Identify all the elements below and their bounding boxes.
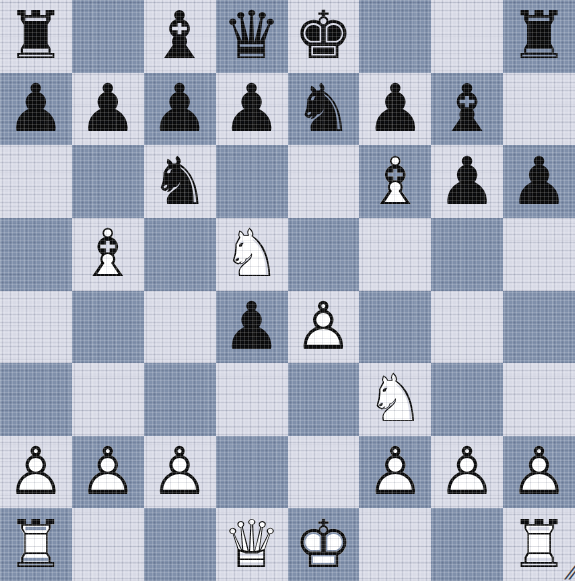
square-b4[interactable]	[72, 291, 144, 364]
square-f6[interactable]: ♝♗	[359, 145, 431, 218]
square-e6[interactable]	[288, 145, 360, 218]
square-e7[interactable]: ♞	[288, 73, 360, 146]
square-h2[interactable]: ♟♙	[503, 436, 575, 509]
square-h6[interactable]: ♟	[503, 145, 575, 218]
square-f5[interactable]	[359, 218, 431, 291]
square-e1[interactable]: ♚♔	[288, 508, 360, 581]
black-rook-glyph-fill: ♜	[6, 3, 65, 69]
square-g2[interactable]: ♟♙	[431, 436, 503, 509]
square-b1[interactable]	[72, 508, 144, 581]
square-b8[interactable]	[72, 0, 144, 73]
square-b2[interactable]: ♟♙	[72, 436, 144, 509]
square-a3[interactable]	[0, 363, 72, 436]
chess-diagram: ♜♝♛♚♜♟♟♟♟♞♟♝♞♝♗♟♟♝♗♞♘♟♟♙♞♘♟♙♟♙♟♙♟♙♟♙♟♙♜♖…	[0, 0, 575, 581]
square-g6[interactable]: ♟	[431, 145, 503, 218]
square-f7[interactable]: ♟	[359, 73, 431, 146]
square-e3[interactable]	[288, 363, 360, 436]
white-rook-glyph-outline: ♖	[6, 512, 65, 578]
black-rook-glyph-fill: ♜	[509, 3, 568, 69]
white-knight-glyph-outline: ♘	[222, 221, 281, 287]
piece-black-pawn: ♟	[359, 73, 431, 146]
square-a6[interactable]	[0, 145, 72, 218]
square-b7[interactable]: ♟	[72, 73, 144, 146]
piece-white-rook: ♜♖	[0, 508, 72, 581]
square-h7[interactable]	[503, 73, 575, 146]
black-queen-glyph-fill: ♛	[222, 3, 281, 69]
square-f1[interactable]	[359, 508, 431, 581]
square-a2[interactable]: ♟♙	[0, 436, 72, 509]
black-bishop-glyph-fill: ♝	[150, 3, 209, 69]
square-c2[interactable]: ♟♙	[144, 436, 216, 509]
white-bishop-glyph-outline: ♗	[78, 221, 137, 287]
white-queen-glyph-outline: ♕	[222, 512, 281, 578]
square-a7[interactable]: ♟	[0, 73, 72, 146]
square-c5[interactable]	[144, 218, 216, 291]
piece-white-king: ♚♔	[288, 508, 360, 581]
white-pawn-glyph-outline: ♙	[78, 439, 137, 505]
square-d7[interactable]: ♟	[216, 73, 288, 146]
square-c3[interactable]	[144, 363, 216, 436]
square-e8[interactable]: ♚	[288, 0, 360, 73]
square-c1[interactable]	[144, 508, 216, 581]
square-e2[interactable]	[288, 436, 360, 509]
black-pawn-glyph-fill: ♟	[150, 76, 209, 142]
piece-white-pawn: ♟♙	[359, 436, 431, 509]
black-knight-glyph-fill: ♞	[150, 149, 209, 215]
piece-black-rook: ♜	[503, 0, 575, 73]
white-bishop-glyph-outline: ♗	[366, 149, 425, 215]
piece-white-bishop: ♝♗	[72, 218, 144, 291]
piece-white-pawn: ♟♙	[431, 436, 503, 509]
piece-black-knight: ♞	[144, 145, 216, 218]
white-pawn-glyph-outline: ♙	[438, 439, 497, 505]
piece-black-queen: ♛	[216, 0, 288, 73]
square-c8[interactable]: ♝	[144, 0, 216, 73]
square-f2[interactable]: ♟♙	[359, 436, 431, 509]
square-d5[interactable]: ♞♘	[216, 218, 288, 291]
square-b5[interactable]: ♝♗	[72, 218, 144, 291]
piece-black-knight: ♞	[288, 73, 360, 146]
piece-black-pawn: ♟	[216, 291, 288, 364]
piece-white-bishop: ♝♗	[359, 145, 431, 218]
piece-white-pawn: ♟♙	[503, 436, 575, 509]
white-pawn-glyph-outline: ♙	[294, 294, 353, 360]
square-h3[interactable]	[503, 363, 575, 436]
square-d4[interactable]: ♟	[216, 291, 288, 364]
piece-white-knight: ♞♘	[216, 218, 288, 291]
square-a5[interactable]	[0, 218, 72, 291]
square-g4[interactable]	[431, 291, 503, 364]
piece-black-pawn: ♟	[0, 73, 72, 146]
square-f4[interactable]	[359, 291, 431, 364]
piece-black-king: ♚	[288, 0, 360, 73]
square-f8[interactable]	[359, 0, 431, 73]
piece-white-pawn: ♟♙	[288, 291, 360, 364]
square-c6[interactable]: ♞	[144, 145, 216, 218]
piece-black-bishop: ♝	[431, 73, 503, 146]
square-b3[interactable]	[72, 363, 144, 436]
square-d8[interactable]: ♛	[216, 0, 288, 73]
square-g1[interactable]	[431, 508, 503, 581]
white-king-glyph-outline: ♔	[294, 512, 353, 578]
piece-black-pawn: ♟	[431, 145, 503, 218]
white-pawn-glyph-outline: ♙	[366, 439, 425, 505]
square-e4[interactable]: ♟♙	[288, 291, 360, 364]
square-d3[interactable]	[216, 363, 288, 436]
square-g7[interactable]: ♝	[431, 73, 503, 146]
square-g3[interactable]	[431, 363, 503, 436]
piece-black-pawn: ♟	[503, 145, 575, 218]
chess-board: ♜♝♛♚♜♟♟♟♟♞♟♝♞♝♗♟♟♝♗♞♘♟♟♙♞♘♟♙♟♙♟♙♟♙♟♙♟♙♜♖…	[0, 0, 575, 581]
white-pawn-glyph-outline: ♙	[6, 439, 65, 505]
square-a1[interactable]: ♜♖	[0, 508, 72, 581]
piece-black-pawn: ♟	[144, 73, 216, 146]
white-rook-glyph-outline: ♖	[509, 512, 568, 578]
piece-white-pawn: ♟♙	[72, 436, 144, 509]
square-d6[interactable]	[216, 145, 288, 218]
square-h4[interactable]	[503, 291, 575, 364]
square-h8[interactable]: ♜	[503, 0, 575, 73]
black-pawn-glyph-fill: ♟	[222, 294, 281, 360]
piece-white-pawn: ♟♙	[0, 436, 72, 509]
white-pawn-glyph-outline: ♙	[150, 439, 209, 505]
square-a4[interactable]	[0, 291, 72, 364]
black-pawn-glyph-fill: ♟	[222, 76, 281, 142]
piece-white-pawn: ♟♙	[144, 436, 216, 509]
square-g8[interactable]	[431, 0, 503, 73]
square-a8[interactable]: ♜	[0, 0, 72, 73]
square-d1[interactable]: ♛♕	[216, 508, 288, 581]
white-knight-glyph-outline: ♘	[366, 366, 425, 432]
black-pawn-glyph-fill: ♟	[366, 76, 425, 142]
square-c4[interactable]	[144, 291, 216, 364]
square-h1[interactable]: ♜♖	[503, 508, 575, 581]
black-king-glyph-fill: ♚	[294, 3, 353, 69]
black-pawn-glyph-fill: ♟	[509, 149, 568, 215]
piece-white-queen: ♛♕	[216, 508, 288, 581]
piece-white-rook: ♜♖	[503, 508, 575, 581]
piece-black-pawn: ♟	[216, 73, 288, 146]
piece-black-rook: ♜	[0, 0, 72, 73]
white-pawn-glyph-outline: ♙	[509, 439, 568, 505]
black-pawn-glyph-fill: ♟	[78, 76, 137, 142]
black-knight-glyph-fill: ♞	[294, 76, 353, 142]
square-h5[interactable]	[503, 218, 575, 291]
black-pawn-glyph-fill: ♟	[438, 149, 497, 215]
square-g5[interactable]	[431, 218, 503, 291]
piece-white-knight: ♞♘	[359, 363, 431, 436]
square-e5[interactable]	[288, 218, 360, 291]
square-c7[interactable]: ♟	[144, 73, 216, 146]
black-pawn-glyph-fill: ♟	[6, 76, 65, 142]
square-b6[interactable]	[72, 145, 144, 218]
square-f3[interactable]: ♞♘	[359, 363, 431, 436]
black-bishop-glyph-fill: ♝	[438, 76, 497, 142]
piece-black-bishop: ♝	[144, 0, 216, 73]
piece-black-pawn: ♟	[72, 73, 144, 146]
square-d2[interactable]	[216, 436, 288, 509]
